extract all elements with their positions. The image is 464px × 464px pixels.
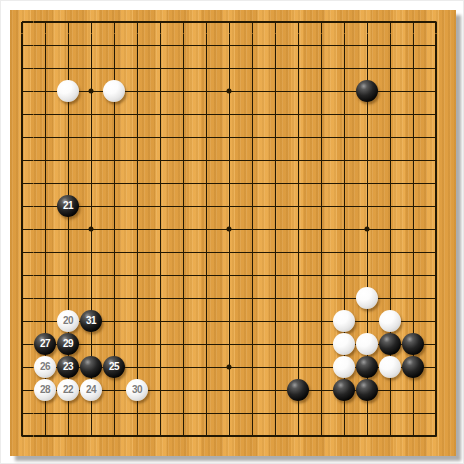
board-intersection[interactable]	[149, 402, 172, 425]
board-intersection[interactable]	[11, 172, 34, 195]
board-intersection[interactable]	[195, 172, 218, 195]
board-intersection[interactable]	[287, 80, 310, 103]
board-intersection[interactable]	[241, 218, 264, 241]
board-intersection[interactable]	[80, 333, 103, 356]
board-intersection[interactable]	[126, 425, 149, 448]
board-intersection[interactable]	[425, 80, 448, 103]
board-intersection[interactable]	[379, 126, 402, 149]
board-intersection[interactable]	[149, 333, 172, 356]
board-intersection[interactable]	[333, 425, 356, 448]
board-intersection[interactable]: 28	[34, 379, 57, 402]
board-intersection[interactable]	[379, 402, 402, 425]
board-intersection[interactable]	[356, 402, 379, 425]
board-intersection[interactable]: 27	[34, 333, 57, 356]
board-intersection[interactable]	[241, 34, 264, 57]
board-intersection[interactable]	[287, 264, 310, 287]
board-intersection[interactable]	[149, 379, 172, 402]
board-intersection[interactable]	[425, 241, 448, 264]
board-intersection[interactable]	[379, 103, 402, 126]
board-intersection[interactable]	[425, 379, 448, 402]
board-intersection[interactable]	[425, 172, 448, 195]
board-intersection[interactable]	[425, 218, 448, 241]
board-intersection[interactable]	[57, 126, 80, 149]
board-intersection[interactable]	[103, 310, 126, 333]
board-intersection[interactable]	[195, 218, 218, 241]
board-intersection[interactable]	[149, 356, 172, 379]
board-intersection[interactable]	[333, 402, 356, 425]
board-intersection[interactable]	[195, 80, 218, 103]
board-intersection[interactable]	[264, 402, 287, 425]
board-intersection[interactable]	[356, 264, 379, 287]
board-intersection[interactable]	[172, 333, 195, 356]
board-intersection[interactable]	[287, 195, 310, 218]
board-intersection[interactable]	[333, 333, 356, 356]
board-intersection[interactable]	[172, 264, 195, 287]
board-intersection[interactable]	[356, 11, 379, 34]
board-intersection[interactable]	[218, 241, 241, 264]
board-intersection[interactable]	[103, 11, 126, 34]
board-intersection[interactable]	[11, 310, 34, 333]
board-intersection[interactable]	[379, 264, 402, 287]
board-intersection[interactable]: 29	[57, 333, 80, 356]
board-intersection[interactable]	[241, 356, 264, 379]
board-intersection[interactable]	[149, 287, 172, 310]
board-intersection[interactable]	[218, 402, 241, 425]
board-intersection[interactable]	[402, 333, 425, 356]
board-intersection[interactable]	[149, 264, 172, 287]
board-intersection[interactable]	[241, 80, 264, 103]
board-intersection[interactable]	[379, 80, 402, 103]
board-intersection[interactable]	[333, 80, 356, 103]
board-intersection[interactable]	[34, 310, 57, 333]
board-intersection[interactable]	[11, 103, 34, 126]
board-intersection[interactable]	[195, 241, 218, 264]
board-intersection[interactable]	[195, 103, 218, 126]
board-intersection[interactable]	[80, 34, 103, 57]
board-intersection[interactable]	[402, 172, 425, 195]
board-intersection[interactable]	[218, 103, 241, 126]
board-intersection[interactable]	[333, 195, 356, 218]
board-intersection[interactable]	[195, 379, 218, 402]
board-intersection[interactable]	[264, 241, 287, 264]
board-intersection[interactable]: 20	[57, 310, 80, 333]
board-intersection[interactable]	[103, 218, 126, 241]
board-intersection[interactable]	[195, 11, 218, 34]
board-intersection[interactable]	[80, 356, 103, 379]
board-intersection[interactable]	[402, 195, 425, 218]
board-intersection[interactable]	[34, 264, 57, 287]
board-intersection[interactable]	[241, 425, 264, 448]
board-intersection[interactable]	[310, 402, 333, 425]
board-intersection[interactable]	[195, 57, 218, 80]
board-intersection[interactable]	[195, 333, 218, 356]
board-intersection[interactable]	[333, 34, 356, 57]
board-intersection[interactable]	[310, 149, 333, 172]
board-intersection[interactable]	[126, 103, 149, 126]
board-intersection[interactable]	[57, 103, 80, 126]
board-intersection[interactable]	[11, 57, 34, 80]
board-intersection[interactable]	[356, 333, 379, 356]
board-intersection[interactable]	[149, 425, 172, 448]
board-intersection[interactable]: 30	[126, 379, 149, 402]
board-intersection[interactable]	[57, 218, 80, 241]
board-intersection[interactable]	[218, 333, 241, 356]
board-intersection[interactable]	[264, 149, 287, 172]
board-intersection[interactable]	[241, 126, 264, 149]
board-intersection[interactable]	[333, 103, 356, 126]
board-intersection[interactable]: 31	[80, 310, 103, 333]
board-intersection[interactable]	[425, 103, 448, 126]
board-intersection[interactable]	[287, 425, 310, 448]
board-intersection[interactable]	[425, 57, 448, 80]
board-intersection[interactable]	[57, 264, 80, 287]
board-intersection[interactable]	[356, 241, 379, 264]
board-intersection[interactable]	[103, 241, 126, 264]
board-intersection[interactable]	[333, 172, 356, 195]
board-intersection[interactable]	[241, 402, 264, 425]
board-intersection[interactable]	[11, 126, 34, 149]
board-intersection[interactable]	[126, 264, 149, 287]
board-intersection[interactable]	[287, 218, 310, 241]
board-intersection[interactable]	[402, 11, 425, 34]
board-intersection[interactable]	[218, 264, 241, 287]
board-intersection[interactable]	[241, 379, 264, 402]
board-intersection[interactable]	[11, 402, 34, 425]
board-intersection[interactable]	[402, 287, 425, 310]
board-intersection[interactable]	[57, 287, 80, 310]
board-intersection[interactable]	[103, 287, 126, 310]
board-intersection[interactable]	[34, 34, 57, 57]
board-intersection[interactable]	[172, 80, 195, 103]
board-intersection[interactable]	[80, 57, 103, 80]
board-intersection[interactable]	[34, 402, 57, 425]
board-intersection[interactable]	[333, 11, 356, 34]
board-intersection[interactable]	[195, 310, 218, 333]
board-intersection[interactable]	[149, 57, 172, 80]
board-intersection[interactable]	[356, 287, 379, 310]
board-intersection[interactable]	[264, 103, 287, 126]
board-intersection[interactable]	[126, 80, 149, 103]
board-intersection[interactable]	[402, 425, 425, 448]
board-intersection[interactable]	[172, 241, 195, 264]
board-intersection[interactable]	[103, 149, 126, 172]
board-intersection[interactable]	[310, 425, 333, 448]
board-intersection[interactable]	[172, 195, 195, 218]
board-intersection[interactable]	[333, 264, 356, 287]
board-intersection[interactable]	[264, 195, 287, 218]
board-intersection[interactable]	[57, 149, 80, 172]
board-intersection[interactable]	[310, 356, 333, 379]
board-intersection[interactable]	[287, 333, 310, 356]
board-intersection[interactable]	[34, 126, 57, 149]
board-intersection[interactable]	[195, 402, 218, 425]
board-intersection[interactable]	[11, 218, 34, 241]
board-intersection[interactable]	[126, 172, 149, 195]
board-intersection[interactable]	[103, 57, 126, 80]
board-intersection[interactable]	[402, 126, 425, 149]
board-intersection[interactable]	[310, 379, 333, 402]
board-intersection[interactable]	[379, 172, 402, 195]
board-intersection[interactable]	[379, 34, 402, 57]
board-intersection[interactable]	[195, 356, 218, 379]
board-intersection[interactable]	[103, 425, 126, 448]
board-intersection[interactable]	[218, 218, 241, 241]
board-intersection[interactable]	[264, 80, 287, 103]
board-intersection[interactable]	[172, 11, 195, 34]
board-intersection[interactable]	[241, 57, 264, 80]
board-intersection[interactable]	[103, 126, 126, 149]
board-intersection[interactable]	[195, 425, 218, 448]
board-intersection[interactable]	[379, 195, 402, 218]
board-intersection[interactable]	[333, 126, 356, 149]
board-intersection[interactable]	[34, 287, 57, 310]
board-intersection[interactable]	[149, 80, 172, 103]
board-intersection[interactable]	[310, 218, 333, 241]
board-intersection[interactable]	[241, 11, 264, 34]
board-intersection[interactable]	[103, 195, 126, 218]
board-intersection[interactable]	[218, 126, 241, 149]
board-intersection[interactable]	[11, 34, 34, 57]
board-intersection[interactable]	[425, 425, 448, 448]
board-intersection[interactable]	[287, 287, 310, 310]
board-intersection[interactable]	[379, 333, 402, 356]
board-intersection[interactable]	[356, 195, 379, 218]
board-intersection[interactable]	[172, 379, 195, 402]
board-intersection[interactable]	[379, 57, 402, 80]
board-intersection[interactable]	[172, 57, 195, 80]
board-intersection[interactable]	[333, 149, 356, 172]
board-intersection[interactable]	[80, 11, 103, 34]
board-intersection[interactable]	[195, 287, 218, 310]
board-intersection[interactable]	[425, 126, 448, 149]
board-intersection[interactable]	[80, 287, 103, 310]
board-intersection[interactable]	[103, 264, 126, 287]
board-intersection[interactable]	[218, 172, 241, 195]
board-intersection[interactable]	[402, 80, 425, 103]
board-intersection[interactable]	[218, 11, 241, 34]
board-intersection[interactable]	[11, 379, 34, 402]
board-intersection[interactable]	[264, 34, 287, 57]
board-intersection[interactable]	[126, 333, 149, 356]
board-intersection[interactable]	[241, 195, 264, 218]
board-intersection[interactable]	[333, 379, 356, 402]
board-intersection[interactable]	[241, 103, 264, 126]
board-intersection[interactable]	[218, 310, 241, 333]
board-intersection[interactable]	[264, 172, 287, 195]
board-intersection[interactable]	[195, 149, 218, 172]
board-intersection[interactable]	[57, 57, 80, 80]
board-intersection[interactable]	[57, 241, 80, 264]
board-intersection[interactable]	[218, 80, 241, 103]
board-intersection[interactable]	[356, 218, 379, 241]
board-intersection[interactable]	[425, 34, 448, 57]
board-intersection[interactable]	[310, 103, 333, 126]
board-intersection[interactable]	[57, 425, 80, 448]
board-intersection[interactable]	[425, 333, 448, 356]
board-intersection[interactable]	[402, 379, 425, 402]
board-intersection[interactable]	[402, 310, 425, 333]
board-intersection[interactable]	[80, 80, 103, 103]
board-intersection[interactable]	[126, 218, 149, 241]
board-intersection[interactable]	[34, 103, 57, 126]
board-intersection[interactable]	[241, 172, 264, 195]
board-intersection[interactable]	[195, 264, 218, 287]
board-intersection[interactable]	[57, 80, 80, 103]
board-intersection[interactable]	[287, 172, 310, 195]
board-intersection[interactable]	[126, 57, 149, 80]
board-intersection[interactable]	[11, 241, 34, 264]
board-intersection[interactable]	[425, 402, 448, 425]
board-intersection[interactable]	[218, 34, 241, 57]
board-intersection[interactable]: 25	[103, 356, 126, 379]
board-intersection[interactable]	[333, 287, 356, 310]
board-intersection[interactable]	[172, 126, 195, 149]
board-intersection[interactable]	[126, 402, 149, 425]
board-intersection[interactable]: 21	[57, 195, 80, 218]
board-intersection[interactable]	[34, 11, 57, 34]
board-intersection[interactable]	[264, 11, 287, 34]
board-intersection[interactable]	[241, 264, 264, 287]
board-intersection[interactable]	[287, 379, 310, 402]
board-intersection[interactable]	[310, 11, 333, 34]
board-intersection[interactable]	[425, 195, 448, 218]
board-intersection[interactable]	[264, 126, 287, 149]
board-intersection[interactable]	[103, 34, 126, 57]
board-intersection[interactable]	[80, 425, 103, 448]
board-intersection[interactable]	[310, 287, 333, 310]
board-intersection[interactable]	[11, 264, 34, 287]
board-intersection[interactable]	[287, 34, 310, 57]
board-intersection[interactable]	[287, 356, 310, 379]
board-intersection[interactable]	[333, 218, 356, 241]
board-intersection[interactable]	[379, 149, 402, 172]
board-intersection[interactable]	[149, 11, 172, 34]
board-intersection[interactable]	[126, 11, 149, 34]
board-intersection[interactable]	[172, 103, 195, 126]
board-intersection[interactable]	[356, 379, 379, 402]
board-intersection[interactable]	[11, 149, 34, 172]
board-intersection[interactable]	[333, 310, 356, 333]
board-intersection[interactable]	[80, 218, 103, 241]
board-intersection[interactable]	[34, 172, 57, 195]
board-intersection[interactable]	[149, 126, 172, 149]
board-intersection[interactable]	[149, 34, 172, 57]
board-intersection[interactable]	[356, 310, 379, 333]
board-intersection[interactable]	[241, 149, 264, 172]
board-intersection[interactable]	[172, 149, 195, 172]
board-intersection[interactable]	[103, 80, 126, 103]
board-intersection[interactable]	[103, 402, 126, 425]
board-intersection[interactable]	[379, 287, 402, 310]
board-intersection[interactable]	[11, 287, 34, 310]
board-intersection[interactable]	[149, 241, 172, 264]
board-intersection[interactable]	[80, 195, 103, 218]
board-intersection[interactable]	[172, 402, 195, 425]
board-intersection[interactable]	[287, 57, 310, 80]
board-intersection[interactable]	[425, 310, 448, 333]
board-intersection[interactable]	[241, 287, 264, 310]
board-intersection[interactable]	[402, 356, 425, 379]
board-intersection[interactable]	[11, 195, 34, 218]
board-intersection[interactable]	[11, 80, 34, 103]
board-intersection[interactable]	[356, 356, 379, 379]
board-intersection[interactable]	[126, 34, 149, 57]
board-intersection[interactable]	[264, 264, 287, 287]
board-intersection[interactable]	[310, 80, 333, 103]
board-intersection[interactable]	[57, 402, 80, 425]
board-intersection[interactable]	[241, 333, 264, 356]
board-intersection[interactable]	[34, 80, 57, 103]
board-intersection[interactable]	[34, 195, 57, 218]
board-intersection[interactable]	[103, 379, 126, 402]
board-intersection[interactable]	[11, 356, 34, 379]
board-intersection[interactable]	[149, 310, 172, 333]
board-intersection[interactable]	[379, 11, 402, 34]
board-intersection[interactable]	[425, 11, 448, 34]
board-intersection[interactable]: 23	[57, 356, 80, 379]
board-intersection[interactable]	[264, 425, 287, 448]
board-intersection[interactable]	[149, 103, 172, 126]
board-intersection[interactable]	[310, 34, 333, 57]
board-intersection[interactable]	[126, 356, 149, 379]
board-intersection[interactable]	[264, 287, 287, 310]
board-intersection[interactable]	[80, 149, 103, 172]
board-intersection[interactable]	[310, 126, 333, 149]
board-intersection[interactable]	[356, 126, 379, 149]
board-intersection[interactable]	[333, 356, 356, 379]
board-intersection[interactable]	[218, 287, 241, 310]
board-intersection[interactable]	[310, 333, 333, 356]
board-intersection[interactable]	[356, 425, 379, 448]
board-intersection[interactable]	[264, 379, 287, 402]
board-intersection[interactable]	[425, 264, 448, 287]
board-intersection[interactable]	[218, 57, 241, 80]
board-intersection[interactable]	[356, 172, 379, 195]
board-intersection[interactable]	[287, 103, 310, 126]
board-intersection[interactable]	[402, 264, 425, 287]
board-intersection[interactable]	[356, 80, 379, 103]
board-intersection[interactable]	[287, 402, 310, 425]
board-intersection[interactable]: 26	[34, 356, 57, 379]
board-intersection[interactable]	[126, 195, 149, 218]
board-intersection[interactable]	[11, 425, 34, 448]
board-intersection[interactable]	[149, 195, 172, 218]
board-intersection[interactable]	[34, 218, 57, 241]
board-intersection[interactable]	[310, 57, 333, 80]
board-intersection[interactable]	[402, 402, 425, 425]
board-intersection[interactable]	[402, 57, 425, 80]
board-intersection[interactable]	[172, 287, 195, 310]
board-intersection[interactable]	[34, 149, 57, 172]
board-intersection[interactable]	[195, 195, 218, 218]
board-intersection[interactable]	[379, 241, 402, 264]
board-intersection[interactable]	[264, 310, 287, 333]
board-intersection[interactable]	[241, 310, 264, 333]
board-intersection[interactable]	[34, 425, 57, 448]
board-intersection[interactable]	[310, 264, 333, 287]
board-intersection[interactable]	[356, 57, 379, 80]
board-intersection[interactable]	[356, 149, 379, 172]
board-intersection[interactable]: 22	[57, 379, 80, 402]
board-intersection[interactable]	[402, 34, 425, 57]
board-intersection[interactable]	[333, 241, 356, 264]
board-intersection[interactable]	[11, 333, 34, 356]
board-intersection[interactable]	[264, 218, 287, 241]
board-intersection[interactable]	[57, 172, 80, 195]
board-intersection[interactable]	[379, 310, 402, 333]
board-intersection[interactable]	[172, 172, 195, 195]
board-intersection[interactable]	[287, 11, 310, 34]
